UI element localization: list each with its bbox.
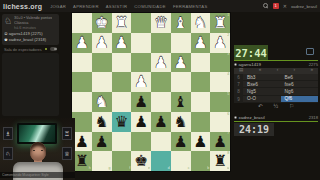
rank-label: 5 xyxy=(227,93,229,97)
square-a6[interactable]: 6 xyxy=(210,112,230,132)
square-b7[interactable]: ♟ xyxy=(191,132,211,152)
square-f4[interactable] xyxy=(112,72,132,92)
square-a2[interactable]: ♟2 xyxy=(210,33,230,53)
takeback-icon[interactable]: ↶ xyxy=(258,104,263,110)
black-rook: ♜ xyxy=(213,153,227,169)
tv-screen xyxy=(17,123,57,144)
square-f5[interactable] xyxy=(112,92,132,112)
square-h4[interactable] xyxy=(72,72,92,92)
square-d6[interactable]: ♟ xyxy=(151,112,171,132)
knight-icon: ♘ xyxy=(4,16,12,31)
lichess-page: lichess.org JOGARAPRENDERASSISTIRCOMUNID… xyxy=(0,0,320,180)
square-e2[interactable] xyxy=(131,33,151,53)
move-black-8[interactable]: Ng6 xyxy=(281,88,319,95)
move-white-6[interactable]: Bb3 xyxy=(243,74,281,81)
rank-label: 7 xyxy=(227,132,229,136)
square-e6[interactable]: ♟ xyxy=(131,112,151,132)
square-g8[interactable]: g xyxy=(92,151,112,171)
opponent-name[interactable]: agarra1419 xyxy=(239,62,261,67)
notification-badge[interactable]: 1 xyxy=(273,3,279,9)
white-queen: ♛ xyxy=(154,15,168,31)
nav-item-ferramentas[interactable]: FERRAMENTAS xyxy=(173,4,208,9)
square-b2[interactable]: ♟ xyxy=(191,33,211,53)
square-g4[interactable] xyxy=(92,72,112,92)
square-g1[interactable]: ♚ xyxy=(92,13,112,33)
file-label: f xyxy=(129,167,130,171)
square-a7[interactable]: ♟7 xyxy=(210,132,230,152)
square-f6[interactable]: ♛ xyxy=(112,112,132,132)
white-knight: ♞ xyxy=(95,94,109,110)
file-label: g xyxy=(109,167,111,171)
square-b5[interactable] xyxy=(191,92,211,112)
square-c7[interactable]: ♟ xyxy=(171,132,191,152)
black-pawn: ♟ xyxy=(134,94,148,110)
main-nav: JOGARAPRENDERASSISTIRCOMUNIDADEFERRAMENT… xyxy=(50,4,207,9)
square-g5[interactable]: ♞ xyxy=(92,92,112,112)
black-knight: ♞ xyxy=(95,113,109,129)
black-pawn: ♟ xyxy=(174,133,188,149)
chat-header: Sala de espectadores xyxy=(2,46,59,52)
white-king: ♚ xyxy=(95,15,109,31)
movelist-nav-icon[interactable]: ▤ xyxy=(239,68,243,73)
movelist-nav-icon[interactable]: » xyxy=(310,68,313,73)
white-pawn: ♟ xyxy=(75,34,89,50)
rank-label: 4 xyxy=(227,73,229,77)
white-rook: ♜ xyxy=(114,15,128,31)
square-f3[interactable] xyxy=(112,53,132,73)
square-b6[interactable] xyxy=(191,112,211,132)
white-pawn: ♟ xyxy=(174,54,188,70)
top-right-cluster: 1 ✕ xadrez_brasil xyxy=(263,3,317,9)
picture-frame: ♗ xyxy=(3,127,13,140)
black-king-icon: ♚ xyxy=(4,37,8,42)
black-pawn: ♟ xyxy=(213,133,227,149)
resign-flag-icon[interactable]: ⚐ xyxy=(289,104,294,110)
move-white-9[interactable]: O-O xyxy=(243,96,281,103)
rank-label: 3 xyxy=(227,53,229,57)
square-h5[interactable] xyxy=(72,92,92,112)
square-g7[interactable]: ♟ xyxy=(92,132,112,152)
square-d1[interactable]: ♛ xyxy=(151,13,171,33)
square-f8[interactable]: f xyxy=(112,151,132,171)
opponent-clock: 27:44 xyxy=(234,45,268,60)
file-label: a xyxy=(227,167,229,171)
black-king: ♚ xyxy=(134,153,148,169)
movelist-nav-icon[interactable]: ‹ xyxy=(277,68,279,73)
file-label: h xyxy=(89,167,91,171)
square-d4[interactable] xyxy=(151,72,171,92)
square-d2[interactable] xyxy=(151,33,171,53)
movelist-nav-icon[interactable]: › xyxy=(294,68,296,73)
square-c8[interactable]: c xyxy=(171,151,191,171)
square-h1[interactable] xyxy=(72,13,92,33)
black-queen: ♛ xyxy=(114,113,128,129)
game-info-box: ♘ 30+0 • Valendo pontos Clássica há 6 mi… xyxy=(2,14,59,45)
square-f7[interactable] xyxy=(112,132,132,152)
move-number: 9 xyxy=(234,96,243,103)
black-pawn: ♟ xyxy=(154,113,168,129)
square-b1[interactable]: ♞ xyxy=(191,13,211,33)
square-g3[interactable] xyxy=(92,53,112,73)
user-menu[interactable]: xadrez_brasil xyxy=(291,4,317,9)
square-d7[interactable] xyxy=(151,132,171,152)
white-pawn: ♟ xyxy=(193,34,207,50)
square-g6[interactable]: ♞ xyxy=(92,112,112,132)
lichess-logo[interactable]: lichess.org xyxy=(3,3,42,10)
square-e1[interactable] xyxy=(131,13,151,33)
move-black-7[interactable]: fxe6 xyxy=(281,81,319,88)
rank-label: 6 xyxy=(227,113,229,117)
opponent-rating: 2275 xyxy=(309,62,318,67)
square-e8[interactable]: ♚e xyxy=(131,151,151,171)
tv-icon[interactable] xyxy=(306,48,314,55)
square-b3[interactable] xyxy=(191,53,211,73)
file-label: c xyxy=(188,167,190,171)
white-pawn: ♟ xyxy=(134,74,148,90)
white-rook: ♜ xyxy=(213,15,227,31)
chat-room-label: Sala de espectadores xyxy=(4,47,42,52)
webcam-caption-bar: Comentando Musqueteer Style xyxy=(0,172,75,178)
picture-frame: ♕ xyxy=(62,147,72,160)
file-label: b xyxy=(207,167,209,171)
square-a8[interactable]: ♜a8 xyxy=(210,151,230,171)
chess-board: ♚♜♛♝♞♜1♟♟♟♟♟2♟♟3♟4♞♟♝5♞♛♟♟♞6♟♟♟♟♟7♜hgf♚e… xyxy=(72,13,230,171)
game-controls: ↶½⚐ xyxy=(234,103,318,111)
picture-frame: ♖ xyxy=(62,127,72,140)
file-label: e xyxy=(148,167,150,171)
move-white-7[interactable]: Bxe6 xyxy=(243,81,281,88)
square-a3[interactable]: 3 xyxy=(210,53,230,73)
move-number: 6 xyxy=(234,74,243,81)
move-white-8[interactable]: Ng5 xyxy=(243,88,281,95)
search-icon[interactable] xyxy=(263,3,269,9)
black-rook: ♜ xyxy=(75,153,89,169)
white-pawn: ♟ xyxy=(114,34,128,50)
square-f1[interactable]: ♜ xyxy=(112,13,132,33)
square-a5[interactable]: 5 xyxy=(210,92,230,112)
info-black-player[interactable]: ♚xadrez_brasil (2318) xyxy=(4,37,57,43)
player-dot-icon xyxy=(234,116,237,119)
black-pawn: ♟ xyxy=(134,113,148,129)
square-c6[interactable]: ♞ xyxy=(171,112,191,132)
square-d8[interactable]: d xyxy=(151,151,171,171)
black-pawn: ♟ xyxy=(95,133,109,149)
square-d3[interactable]: ♟ xyxy=(151,53,171,73)
square-c1[interactable]: ♝ xyxy=(171,13,191,33)
nav-item-jogar[interactable]: JOGAR xyxy=(50,4,66,9)
square-e5[interactable]: ♟ xyxy=(131,92,151,112)
nav-item-aprender[interactable]: APRENDER xyxy=(73,4,99,9)
square-f2[interactable]: ♟ xyxy=(112,33,132,53)
webcam-caption: Comentando Musqueteer Style xyxy=(2,173,49,177)
move-number: 8 xyxy=(234,88,243,95)
square-g2[interactable]: ♟ xyxy=(92,33,112,53)
black-knight: ♞ xyxy=(174,113,188,129)
player-row[interactable]: xadrez_brasil 2318 xyxy=(234,115,318,121)
square-h2[interactable]: ♟ xyxy=(72,33,92,53)
white-pawn: ♟ xyxy=(213,34,227,50)
square-c4[interactable] xyxy=(171,72,191,92)
black-bishop: ♝ xyxy=(174,94,188,110)
black-pawn: ♟ xyxy=(193,133,207,149)
square-b4[interactable] xyxy=(191,72,211,92)
player-clock: 24:19 xyxy=(234,123,274,137)
square-e7[interactable] xyxy=(131,132,151,152)
square-h3[interactable] xyxy=(72,53,92,73)
square-a1[interactable]: ♜1 xyxy=(210,13,230,33)
square-d5[interactable] xyxy=(151,92,171,112)
webcam-overlay: ♗ ♘ ♖ ♕ Comentando Musqueteer Style xyxy=(0,118,75,180)
file-label: d xyxy=(168,167,170,171)
nav-item-comunidade[interactable]: COMUNIDADE xyxy=(134,4,166,9)
white-bishop: ♝ xyxy=(174,15,188,31)
move-black-9[interactable]: Qf6 xyxy=(281,96,319,103)
picture-frame: ♘ xyxy=(3,147,13,160)
movelist-nav-icon[interactable]: « xyxy=(259,68,262,73)
move-black-6[interactable]: Be6 xyxy=(281,74,319,81)
square-b8[interactable]: b xyxy=(191,151,211,171)
square-c5[interactable]: ♝ xyxy=(171,92,191,112)
draw-offer-icon[interactable]: ½ xyxy=(274,104,279,110)
player-name[interactable]: xadrez_brasil xyxy=(239,115,265,120)
nav-item-assistir[interactable]: ASSISTIR xyxy=(106,4,127,9)
white-pawn: ♟ xyxy=(154,54,168,70)
square-c2[interactable] xyxy=(171,33,191,53)
square-e4[interactable]: ♟ xyxy=(131,72,151,92)
top-bar: lichess.org JOGARAPRENDERASSISTIRCOMUNID… xyxy=(0,0,320,12)
square-c3[interactable]: ♟ xyxy=(171,53,191,73)
close-icon[interactable]: ✕ xyxy=(283,3,287,9)
streamer-face xyxy=(30,142,46,161)
white-pawn: ♟ xyxy=(95,34,109,50)
white-knight: ♞ xyxy=(193,15,207,31)
black-pawn: ♟ xyxy=(75,133,89,149)
player-dot-icon xyxy=(234,63,237,66)
rank-label: 1 xyxy=(227,14,229,18)
square-e3[interactable] xyxy=(131,53,151,73)
chat-toggle[interactable] xyxy=(50,47,57,51)
online-dot-icon xyxy=(45,48,48,51)
rank-label: 2 xyxy=(227,34,229,38)
move-list: 6Bb3Be67Bxe6fxe68Ng5Ng69O-OQf6 xyxy=(234,74,318,103)
opponent-row[interactable]: agarra1419 2275 xyxy=(234,61,318,67)
chat-messages[interactable] xyxy=(2,53,59,116)
rank-label: 8 xyxy=(227,152,229,156)
white-king-icon: ♔ xyxy=(4,31,8,36)
move-number: 7 xyxy=(234,81,243,88)
square-a4[interactable]: 4 xyxy=(210,72,230,92)
player-rating: 2318 xyxy=(309,115,318,120)
